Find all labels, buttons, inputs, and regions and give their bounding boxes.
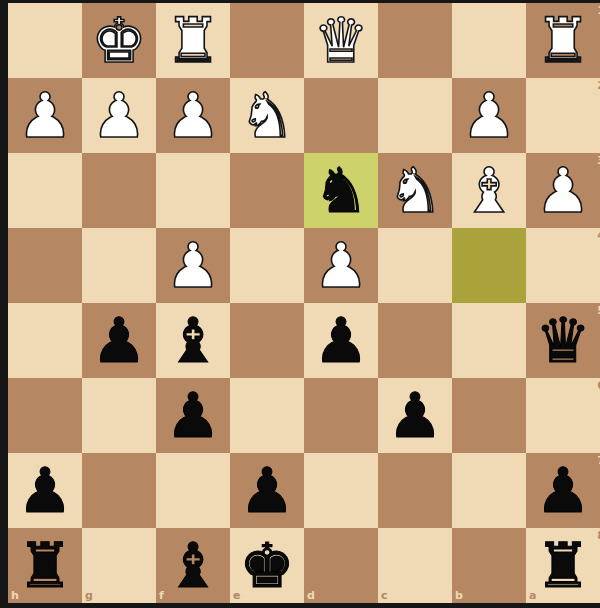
square-d3[interactable]: ♞ — [304, 153, 378, 228]
piece-white-rook[interactable]: ♜ — [526, 3, 600, 78]
square-a3[interactable]: ♟3 — [526, 153, 600, 228]
piece-black-rook[interactable]: ♜ — [8, 528, 82, 603]
piece-black-bishop[interactable]: ♝ — [156, 303, 230, 378]
piece-black-pawn[interactable]: ♟ — [8, 453, 82, 528]
square-c8[interactable]: c — [378, 528, 452, 603]
piece-white-pawn[interactable]: ♟ — [304, 228, 378, 303]
square-a1[interactable]: ♜1 — [526, 3, 600, 78]
square-a7[interactable]: ♟7 — [526, 453, 600, 528]
file-label-c: c — [381, 590, 388, 601]
square-a6[interactable]: 6 — [526, 378, 600, 453]
square-c3[interactable]: ♞ — [378, 153, 452, 228]
piece-black-queen[interactable]: ♛ — [526, 303, 600, 378]
square-f5[interactable]: ♝ — [156, 303, 230, 378]
piece-black-bishop[interactable]: ♝ — [156, 528, 230, 603]
piece-white-pawn[interactable]: ♟ — [82, 78, 156, 153]
square-c6[interactable]: ♟ — [378, 378, 452, 453]
piece-black-knight[interactable]: ♞ — [304, 153, 378, 228]
square-f3[interactable] — [156, 153, 230, 228]
square-e4[interactable] — [230, 228, 304, 303]
piece-black-pawn[interactable]: ♟ — [378, 378, 452, 453]
square-c1[interactable] — [378, 3, 452, 78]
square-d1[interactable]: ♛ — [304, 3, 378, 78]
piece-white-pawn[interactable]: ♟ — [8, 78, 82, 153]
square-b7[interactable] — [452, 453, 526, 528]
square-b4[interactable] — [452, 228, 526, 303]
piece-black-pawn[interactable]: ♟ — [304, 303, 378, 378]
square-h7[interactable]: ♟ — [8, 453, 82, 528]
square-f8[interactable]: ♝f — [156, 528, 230, 603]
square-e7[interactable]: ♟ — [230, 453, 304, 528]
piece-white-pawn[interactable]: ♟ — [156, 78, 230, 153]
square-b3[interactable]: ♝ — [452, 153, 526, 228]
square-c2[interactable] — [378, 78, 452, 153]
square-b8[interactable]: b — [452, 528, 526, 603]
square-h3[interactable] — [8, 153, 82, 228]
piece-black-pawn[interactable]: ♟ — [230, 453, 304, 528]
square-e3[interactable] — [230, 153, 304, 228]
square-a5[interactable]: ♛5 — [526, 303, 600, 378]
square-b2[interactable]: ♟ — [452, 78, 526, 153]
square-g2[interactable]: ♟ — [82, 78, 156, 153]
square-f4[interactable]: ♟ — [156, 228, 230, 303]
square-a4[interactable]: 4 — [526, 228, 600, 303]
square-d7[interactable] — [304, 453, 378, 528]
square-b6[interactable] — [452, 378, 526, 453]
square-b1[interactable] — [452, 3, 526, 78]
square-f2[interactable]: ♟ — [156, 78, 230, 153]
piece-white-pawn[interactable]: ♟ — [156, 228, 230, 303]
piece-white-pawn[interactable]: ♟ — [526, 153, 600, 228]
square-e2[interactable]: ♞ — [230, 78, 304, 153]
chess-board: ♚♜♛♜1♟♟♟♞♟2♞♞♝♟3♟♟4♟♝♟♛5♟♟6♟♟♟7♜hg♝f♚edc… — [8, 3, 600, 603]
square-g5[interactable]: ♟ — [82, 303, 156, 378]
piece-black-rook[interactable]: ♜ — [526, 528, 600, 603]
piece-white-pawn[interactable]: ♟ — [452, 78, 526, 153]
piece-white-king[interactable]: ♚ — [82, 3, 156, 78]
square-b5[interactable] — [452, 303, 526, 378]
piece-black-pawn[interactable]: ♟ — [82, 303, 156, 378]
file-label-b: b — [455, 590, 463, 601]
piece-white-bishop[interactable]: ♝ — [452, 153, 526, 228]
square-e5[interactable] — [230, 303, 304, 378]
square-f1[interactable]: ♜ — [156, 3, 230, 78]
piece-white-rook[interactable]: ♜ — [156, 3, 230, 78]
square-g7[interactable] — [82, 453, 156, 528]
square-h6[interactable] — [8, 378, 82, 453]
square-c4[interactable] — [378, 228, 452, 303]
piece-white-knight[interactable]: ♞ — [378, 153, 452, 228]
square-g6[interactable] — [82, 378, 156, 453]
square-g4[interactable] — [82, 228, 156, 303]
square-c7[interactable] — [378, 453, 452, 528]
piece-black-king[interactable]: ♚ — [230, 528, 304, 603]
square-a8[interactable]: ♜a8 — [526, 528, 600, 603]
square-g3[interactable] — [82, 153, 156, 228]
piece-white-queen[interactable]: ♛ — [304, 3, 378, 78]
square-f7[interactable] — [156, 453, 230, 528]
square-d6[interactable] — [304, 378, 378, 453]
square-h4[interactable] — [8, 228, 82, 303]
file-label-g: g — [85, 590, 93, 601]
square-g8[interactable]: g — [82, 528, 156, 603]
piece-black-pawn[interactable]: ♟ — [526, 453, 600, 528]
square-f6[interactable]: ♟ — [156, 378, 230, 453]
square-h2[interactable]: ♟ — [8, 78, 82, 153]
square-h1[interactable] — [8, 3, 82, 78]
square-e1[interactable] — [230, 3, 304, 78]
square-a2[interactable]: 2 — [526, 78, 600, 153]
board-frame: ♚♜♛♜1♟♟♟♞♟2♞♞♝♟3♟♟4♟♝♟♛5♟♟6♟♟♟7♜hg♝f♚edc… — [0, 0, 600, 608]
square-d4[interactable]: ♟ — [304, 228, 378, 303]
square-d2[interactable] — [304, 78, 378, 153]
square-c5[interactable] — [378, 303, 452, 378]
square-d5[interactable]: ♟ — [304, 303, 378, 378]
piece-black-pawn[interactable]: ♟ — [156, 378, 230, 453]
file-label-d: d — [307, 590, 315, 601]
square-h5[interactable] — [8, 303, 82, 378]
piece-white-knight[interactable]: ♞ — [230, 78, 304, 153]
square-e8[interactable]: ♚e — [230, 528, 304, 603]
square-e6[interactable] — [230, 378, 304, 453]
square-g1[interactable]: ♚ — [82, 3, 156, 78]
square-h8[interactable]: ♜h — [8, 528, 82, 603]
square-d8[interactable]: d — [304, 528, 378, 603]
